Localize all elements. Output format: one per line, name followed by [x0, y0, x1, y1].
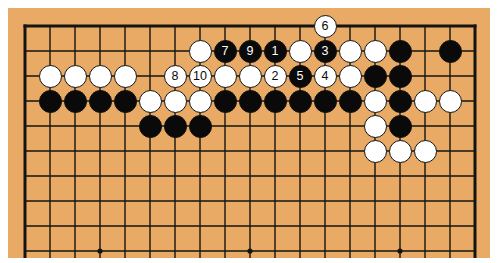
black-stone[interactable] [389, 115, 412, 138]
white-stone[interactable] [439, 90, 462, 113]
black-stone[interactable] [239, 90, 262, 113]
white-stone[interactable] [339, 40, 362, 63]
black-stone[interactable] [164, 115, 187, 138]
move-number: 2 [272, 70, 279, 83]
black-stone[interactable] [339, 90, 362, 113]
move-number: 4 [322, 70, 329, 83]
white-stone[interactable]: 8 [164, 65, 187, 88]
black-stone[interactable] [364, 65, 387, 88]
move-number: 8 [172, 70, 179, 83]
black-stone[interactable]: 1 [264, 40, 287, 63]
black-stone[interactable]: 7 [214, 40, 237, 63]
white-stone[interactable]: 4 [314, 65, 337, 88]
move-number: 7 [222, 45, 229, 58]
black-stone[interactable] [64, 90, 87, 113]
black-stone[interactable] [89, 90, 112, 113]
white-stone[interactable] [364, 140, 387, 163]
white-stone[interactable] [89, 65, 112, 88]
white-stone[interactable] [364, 40, 387, 63]
black-stone[interactable] [389, 65, 412, 88]
black-stone[interactable] [139, 115, 162, 138]
white-stone[interactable] [339, 65, 362, 88]
white-stone[interactable] [189, 90, 212, 113]
white-stone[interactable] [214, 65, 237, 88]
white-stone[interactable]: 10 [189, 65, 212, 88]
move-number: 5 [297, 70, 304, 83]
white-stone[interactable]: 6 [314, 15, 337, 38]
move-number: 3 [322, 45, 329, 58]
stones-grid: 67913810254 [13, 14, 488, 263]
black-stone[interactable] [39, 90, 62, 113]
black-stone[interactable]: 3 [314, 40, 337, 63]
white-stone[interactable] [289, 40, 312, 63]
white-stone[interactable] [364, 115, 387, 138]
black-stone[interactable] [289, 90, 312, 113]
go-board[interactable]: 67913810254 [8, 8, 490, 258]
black-stone[interactable]: 9 [239, 40, 262, 63]
black-stone[interactable]: 5 [289, 65, 312, 88]
white-stone[interactable]: 2 [264, 65, 287, 88]
go-diagram-page: 67913810254 [0, 0, 500, 263]
black-stone[interactable] [389, 90, 412, 113]
black-stone[interactable] [314, 90, 337, 113]
white-stone[interactable] [414, 140, 437, 163]
black-stone[interactable] [439, 40, 462, 63]
move-number: 6 [322, 20, 329, 33]
white-stone[interactable] [389, 140, 412, 163]
white-stone[interactable] [114, 65, 137, 88]
white-stone[interactable] [414, 90, 437, 113]
black-stone[interactable] [189, 115, 212, 138]
white-stone[interactable] [139, 90, 162, 113]
move-number: 1 [272, 45, 279, 58]
white-stone[interactable] [64, 65, 87, 88]
black-stone[interactable] [214, 90, 237, 113]
white-stone[interactable] [189, 40, 212, 63]
black-stone[interactable] [264, 90, 287, 113]
black-stone[interactable] [114, 90, 137, 113]
white-stone[interactable] [39, 65, 62, 88]
move-number: 10 [193, 70, 207, 83]
white-stone[interactable] [164, 90, 187, 113]
white-stone[interactable] [239, 65, 262, 88]
white-stone[interactable] [364, 90, 387, 113]
black-stone[interactable] [389, 40, 412, 63]
move-number: 9 [247, 45, 254, 58]
